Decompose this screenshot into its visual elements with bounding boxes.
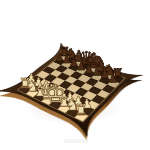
photo-stage: ♜♞♝♛♚♝♞♜♟♟♟♟♟♟♟♟♟♟♟♟♟♟♟♟♜♞♝♛♚♝♞♜ xyxy=(0,0,150,150)
watermark xyxy=(63,139,88,143)
